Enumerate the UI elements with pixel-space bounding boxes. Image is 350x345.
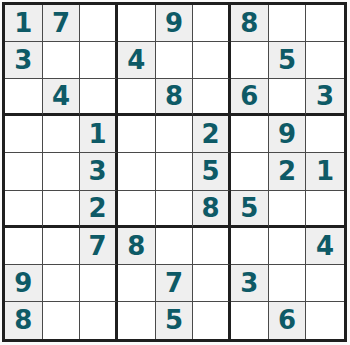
cell-r5c5[interactable]	[156, 153, 194, 190]
cell-r7c6[interactable]	[193, 228, 231, 265]
cell-r8c2[interactable]	[43, 265, 81, 302]
cell-r7c1[interactable]	[5, 228, 43, 265]
cell-r3c8[interactable]	[269, 79, 307, 116]
sudoku-board: 179834548631293521285784973856	[2, 2, 347, 342]
cell-r2c2[interactable]	[43, 42, 81, 79]
cell-r6c1[interactable]	[5, 191, 43, 228]
cell-r3c3[interactable]	[80, 79, 118, 116]
cell-r4c2[interactable]	[43, 116, 81, 153]
cell-r6c9[interactable]	[306, 191, 344, 228]
cell-r8c4[interactable]	[118, 265, 156, 302]
cell-r2c1[interactable]: 3	[5, 42, 43, 79]
cell-r4c4[interactable]	[118, 116, 156, 153]
cell-r9c6[interactable]	[193, 302, 231, 339]
cell-r8c9[interactable]	[306, 265, 344, 302]
cell-r1c6[interactable]	[193, 5, 231, 42]
cell-r4c7[interactable]	[231, 116, 269, 153]
cell-r3c2[interactable]: 4	[43, 79, 81, 116]
cell-r1c2[interactable]: 7	[43, 5, 81, 42]
cell-r7c4[interactable]: 8	[118, 228, 156, 265]
cell-r7c8[interactable]	[269, 228, 307, 265]
cell-r3c9[interactable]: 3	[306, 79, 344, 116]
cell-r2c3[interactable]	[80, 42, 118, 79]
cell-r1c5[interactable]: 9	[156, 5, 194, 42]
cell-r9c9[interactable]	[306, 302, 344, 339]
cell-r9c8[interactable]: 6	[269, 302, 307, 339]
cell-r1c9[interactable]	[306, 5, 344, 42]
cell-r6c2[interactable]	[43, 191, 81, 228]
cell-r8c5[interactable]: 7	[156, 265, 194, 302]
cell-r8c7[interactable]: 3	[231, 265, 269, 302]
cell-r1c7[interactable]: 8	[231, 5, 269, 42]
cell-r9c4[interactable]	[118, 302, 156, 339]
cell-r3c5[interactable]: 8	[156, 79, 194, 116]
cell-r6c5[interactable]	[156, 191, 194, 228]
cell-r3c4[interactable]	[118, 79, 156, 116]
cell-r5c2[interactable]	[43, 153, 81, 190]
cell-r3c7[interactable]: 6	[231, 79, 269, 116]
cell-r4c5[interactable]	[156, 116, 194, 153]
cell-r2c9[interactable]	[306, 42, 344, 79]
cell-r2c7[interactable]	[231, 42, 269, 79]
cell-r7c5[interactable]	[156, 228, 194, 265]
cell-r5c7[interactable]	[231, 153, 269, 190]
cell-r5c6[interactable]: 5	[193, 153, 231, 190]
cell-r2c5[interactable]	[156, 42, 194, 79]
cell-r2c6[interactable]	[193, 42, 231, 79]
cell-r9c5[interactable]: 5	[156, 302, 194, 339]
cell-r3c6[interactable]	[193, 79, 231, 116]
cell-r1c1[interactable]: 1	[5, 5, 43, 42]
cell-r1c4[interactable]	[118, 5, 156, 42]
cell-r6c4[interactable]	[118, 191, 156, 228]
cell-r5c8[interactable]: 2	[269, 153, 307, 190]
cell-r6c6[interactable]: 8	[193, 191, 231, 228]
cell-r1c8[interactable]	[269, 5, 307, 42]
cell-r9c3[interactable]	[80, 302, 118, 339]
cell-r4c8[interactable]: 9	[269, 116, 307, 153]
cell-r7c7[interactable]	[231, 228, 269, 265]
cell-r7c2[interactable]	[43, 228, 81, 265]
cell-r5c1[interactable]	[5, 153, 43, 190]
cell-r3c1[interactable]	[5, 79, 43, 116]
cell-r7c3[interactable]: 7	[80, 228, 118, 265]
cell-r8c3[interactable]	[80, 265, 118, 302]
cell-r4c9[interactable]	[306, 116, 344, 153]
cell-r1c3[interactable]	[80, 5, 118, 42]
cell-r9c2[interactable]	[43, 302, 81, 339]
cell-r8c1[interactable]: 9	[5, 265, 43, 302]
cell-r5c9[interactable]: 1	[306, 153, 344, 190]
cell-r5c4[interactable]	[118, 153, 156, 190]
cell-r6c3[interactable]: 2	[80, 191, 118, 228]
cell-r4c6[interactable]: 2	[193, 116, 231, 153]
cell-r7c9[interactable]: 4	[306, 228, 344, 265]
cell-r8c6[interactable]	[193, 265, 231, 302]
cell-r5c3[interactable]: 3	[80, 153, 118, 190]
cell-r9c7[interactable]	[231, 302, 269, 339]
cell-r6c7[interactable]: 5	[231, 191, 269, 228]
cell-r4c3[interactable]: 1	[80, 116, 118, 153]
cell-r4c1[interactable]	[5, 116, 43, 153]
cell-r6c8[interactable]	[269, 191, 307, 228]
cell-r8c8[interactable]	[269, 265, 307, 302]
cell-r9c1[interactable]: 8	[5, 302, 43, 339]
cell-r2c4[interactable]: 4	[118, 42, 156, 79]
cell-r2c8[interactable]: 5	[269, 42, 307, 79]
